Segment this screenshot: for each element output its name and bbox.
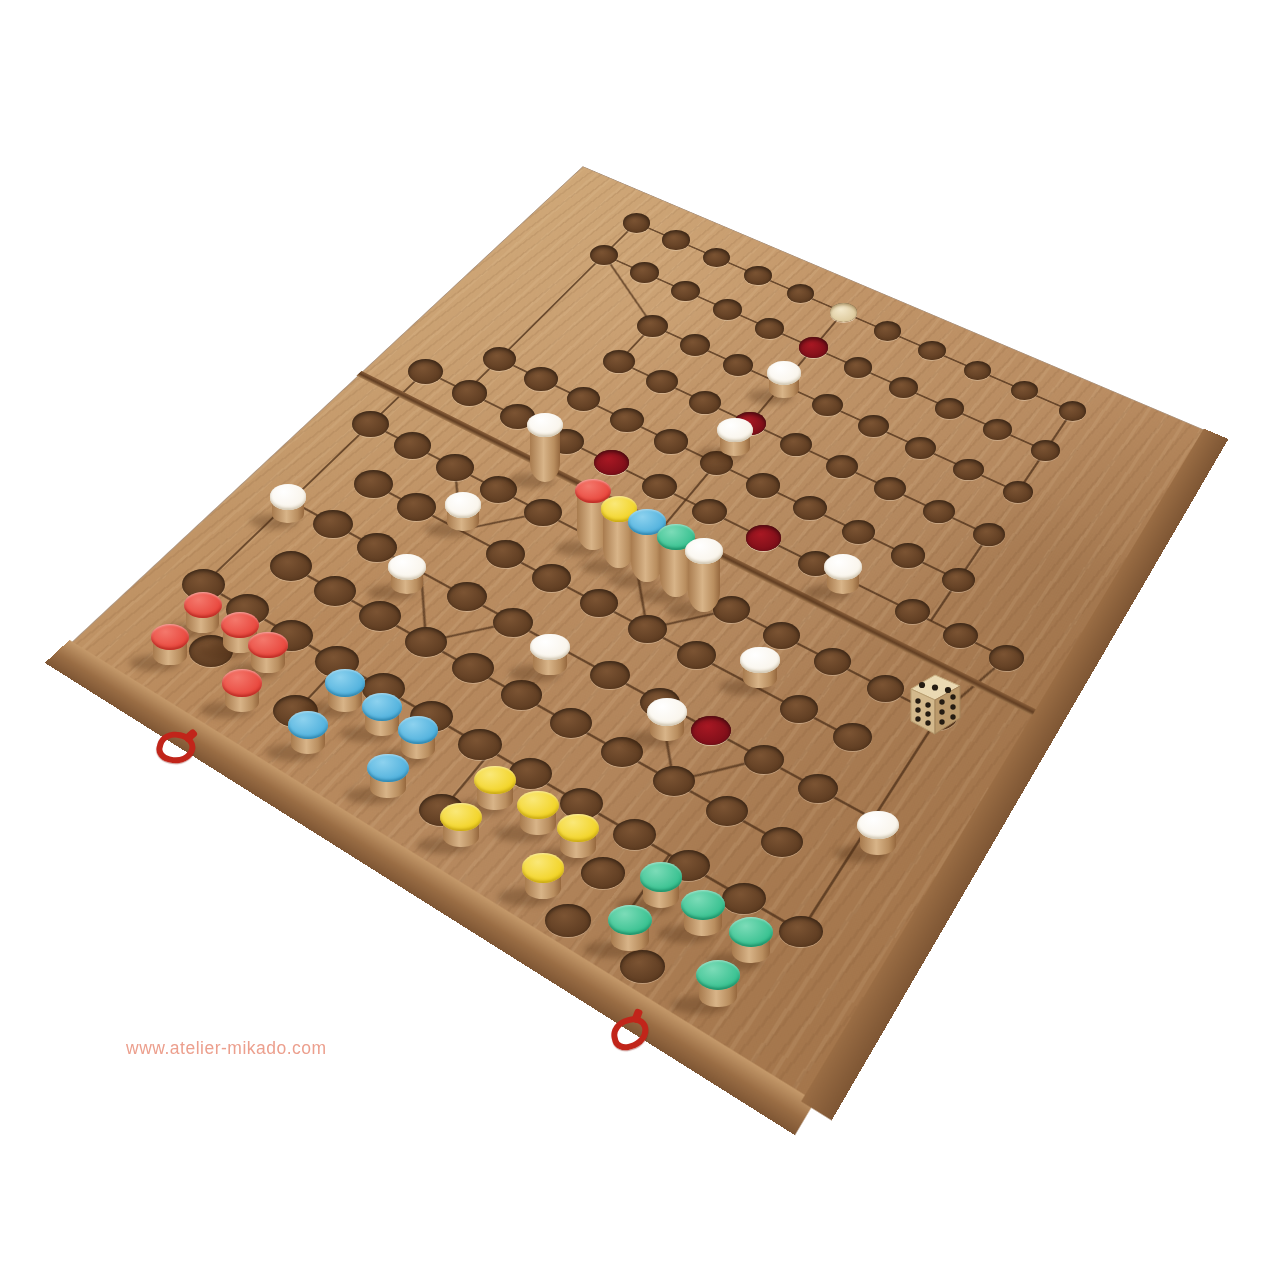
website-watermark: www.atelier-mikado.com xyxy=(126,1038,327,1059)
clasp-loop xyxy=(608,1013,653,1053)
top-layer xyxy=(0,0,1280,1280)
die[interactable] xyxy=(901,668,969,742)
red-rope-clasp xyxy=(604,1004,656,1053)
product-photo-stage: www.atelier-mikado.com xyxy=(0,0,1280,1280)
red-rope-clasp xyxy=(152,719,204,768)
